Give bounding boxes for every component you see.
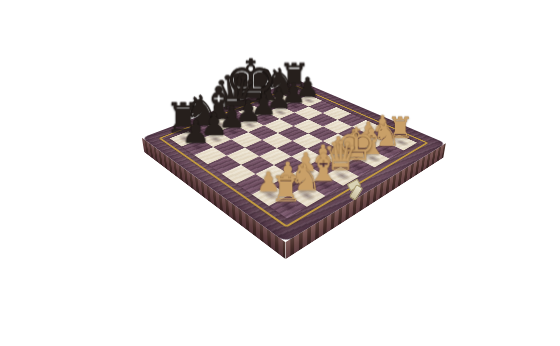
- white-rook-a1: ♜: [270, 172, 302, 207]
- chess-board: ♜♞♝♚♛♝♞♜♟♟♟♟♟♟♟♟♟♟♟♟♟♟♟♟♜♞♝♚♛♝♞♜: [142, 80, 446, 242]
- product-photo: ♜♞♝♚♛♝♞♜♟♟♟♟♟♟♟♟♟♟♟♟♟♟♟♟♜♞♝♚♛♝♞♜: [0, 0, 560, 346]
- black-pawn-a7: ♟: [181, 116, 209, 148]
